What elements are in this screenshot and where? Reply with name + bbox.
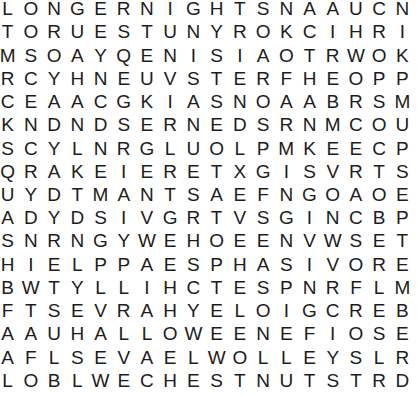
grid-cell-r9c16[interactable]: A [344,183,367,206]
grid-cell-r17c12[interactable]: N [251,369,274,392]
grid-cell-r13c2[interactable]: W [19,276,42,299]
grid-cell-r14c16[interactable]: R [344,299,367,322]
grid-cell-r6c3[interactable]: D [42,113,65,136]
grid-cell-r1c4[interactable]: G [66,0,89,20]
grid-cell-r16c6[interactable]: V [112,346,135,369]
grid-cell-r11c13[interactable]: N [275,229,298,252]
grid-cell-r14c11[interactable]: L [228,299,251,322]
grid-cell-r9c14[interactable]: G [298,183,321,206]
grid-cell-r13c17[interactable]: L [368,276,391,299]
grid-cell-r5c7[interactable]: K [135,90,158,113]
grid-cell-r17c3[interactable]: B [42,369,65,392]
grid-cell-r5c5[interactable]: C [89,90,112,113]
grid-cell-r3c1[interactable]: M [0,43,19,66]
grid-cell-r13c9[interactable]: C [182,276,205,299]
grid-cell-r8c6[interactable]: I [112,160,135,183]
grid-cell-r9c8[interactable]: T [159,183,182,206]
grid-cell-r2c5[interactable]: E [89,20,112,43]
grid-cell-r2c10[interactable]: Y [205,20,228,43]
grid-cell-r15c4[interactable]: H [66,322,89,345]
grid-cell-r13c13[interactable]: P [275,276,298,299]
grid-cell-r15c14[interactable]: F [298,322,321,345]
grid-cell-r14c17[interactable]: E [368,299,391,322]
grid-cell-r6c4[interactable]: N [66,113,89,136]
grid-cell-r4c8[interactable]: V [159,67,182,90]
grid-cell-r11c9[interactable]: H [182,229,205,252]
grid-cell-r3c13[interactable]: O [275,43,298,66]
grid-cell-r9c6[interactable]: A [112,183,135,206]
grid-cell-r3c2[interactable]: S [19,43,42,66]
grid-cell-r10c9[interactable]: R [182,206,205,229]
grid-cell-r1c9[interactable]: G [182,0,205,20]
grid-cell-r8c18[interactable]: S [391,160,414,183]
grid-cell-r4c15[interactable]: E [321,67,344,90]
grid-cell-r5c10[interactable]: S [205,90,228,113]
grid-cell-r4c10[interactable]: T [205,67,228,90]
grid-cell-r11c16[interactable]: S [344,229,367,252]
grid-cell-r12c8[interactable]: E [159,253,182,276]
grid-cell-r17c8[interactable]: H [159,369,182,392]
grid-cell-r3c17[interactable]: O [368,43,391,66]
grid-cell-r9c17[interactable]: O [368,183,391,206]
grid-cell-r7c12[interactable]: P [251,136,274,159]
grid-cell-r4c13[interactable]: F [275,67,298,90]
grid-cell-r1c16[interactable]: U [344,0,367,20]
grid-cell-r1c2[interactable]: O [19,0,42,20]
grid-cell-r4c2[interactable]: C [19,67,42,90]
grid-cell-r2c17[interactable]: R [368,20,391,43]
grid-cell-r8c15[interactable]: V [321,160,344,183]
grid-cell-r4c17[interactable]: P [368,67,391,90]
grid-cell-r12c2[interactable]: I [19,253,42,276]
grid-cell-r3c3[interactable]: O [42,43,65,66]
grid-cell-r7c15[interactable]: E [321,136,344,159]
grid-cell-r11c18[interactable]: T [391,229,414,252]
grid-cell-r6c2[interactable]: N [19,113,42,136]
grid-cell-r9c15[interactable]: O [321,183,344,206]
grid-cell-r11c17[interactable]: E [368,229,391,252]
grid-cell-r16c14[interactable]: E [298,346,321,369]
grid-cell-r16c12[interactable]: L [251,346,274,369]
grid-cell-r12c15[interactable]: V [321,253,344,276]
grid-cell-r17c7[interactable]: C [135,369,158,392]
grid-cell-r2c12[interactable]: O [251,20,274,43]
grid-cell-r17c4[interactable]: L [66,369,89,392]
grid-cell-r9c7[interactable]: N [135,183,158,206]
grid-cell-r9c5[interactable]: M [89,183,112,206]
grid-cell-r14c1[interactable]: F [0,299,19,322]
grid-cell-r14c7[interactable]: A [135,299,158,322]
grid-cell-r5c3[interactable]: A [42,90,65,113]
grid-cell-r17c11[interactable]: T [228,369,251,392]
grid-cell-r1c11[interactable]: T [228,0,251,20]
grid-cell-r13c14[interactable]: N [298,276,321,299]
grid-cell-r2c13[interactable]: K [275,20,298,43]
grid-cell-r5c16[interactable]: R [344,90,367,113]
grid-cell-r10c2[interactable]: D [19,206,42,229]
grid-cell-r1c1[interactable]: L [0,0,19,20]
grid-cell-r12c12[interactable]: A [251,253,274,276]
grid-cell-r5c9[interactable]: A [182,90,205,113]
grid-cell-r4c3[interactable]: Y [42,67,65,90]
grid-cell-r9c18[interactable]: E [391,183,414,206]
grid-cell-r5c14[interactable]: A [298,90,321,113]
grid-cell-r8c16[interactable]: R [344,160,367,183]
grid-cell-r2c15[interactable]: I [321,20,344,43]
grid-cell-r16c9[interactable]: L [182,346,205,369]
grid-cell-r17c1[interactable]: L [0,369,19,392]
grid-cell-r7c11[interactable]: L [228,136,251,159]
grid-cell-r12c11[interactable]: H [228,253,251,276]
grid-cell-r3c5[interactable]: Y [89,43,112,66]
grid-cell-r11c11[interactable]: E [228,229,251,252]
grid-cell-r11c7[interactable]: W [135,229,158,252]
grid-cell-r4c14[interactable]: H [298,67,321,90]
grid-cell-r8c5[interactable]: E [89,160,112,183]
grid-cell-r6c9[interactable]: N [182,113,205,136]
grid-cell-r2c11[interactable]: R [228,20,251,43]
grid-cell-r15c17[interactable]: S [368,322,391,345]
grid-cell-r8c3[interactable]: A [42,160,65,183]
grid-cell-r15c18[interactable]: E [391,322,414,345]
grid-cell-r3c15[interactable]: R [321,43,344,66]
grid-cell-r10c3[interactable]: Y [42,206,65,229]
grid-cell-r2c7[interactable]: T [135,20,158,43]
grid-cell-r11c4[interactable]: N [66,229,89,252]
grid-cell-r10c13[interactable]: G [275,206,298,229]
grid-cell-r13c6[interactable]: L [112,276,135,299]
grid-cell-r11c1[interactable]: S [0,229,19,252]
grid-cell-r13c4[interactable]: Y [66,276,89,299]
grid-cell-r5c13[interactable]: A [275,90,298,113]
grid-cell-r15c5[interactable]: A [89,322,112,345]
grid-cell-r17c15[interactable]: S [321,369,344,392]
grid-cell-r7c1[interactable]: S [0,136,19,159]
grid-cell-r16c1[interactable]: A [0,346,19,369]
grid-cell-r1c5[interactable]: E [89,0,112,20]
grid-cell-r12c10[interactable]: P [205,253,228,276]
grid-cell-r5c12[interactable]: O [251,90,274,113]
grid-cell-r17c10[interactable]: S [205,369,228,392]
grid-cell-r12c3[interactable]: E [42,253,65,276]
grid-cell-r4c12[interactable]: R [251,67,274,90]
grid-cell-r5c17[interactable]: S [368,90,391,113]
grid-cell-r16c15[interactable]: Y [321,346,344,369]
grid-cell-r8c4[interactable]: K [66,160,89,183]
grid-cell-r16c2[interactable]: F [19,346,42,369]
grid-cell-r15c1[interactable]: A [0,322,19,345]
grid-cell-r6c13[interactable]: R [275,113,298,136]
grid-cell-r5c8[interactable]: I [159,90,182,113]
grid-cell-r7c8[interactable]: L [159,136,182,159]
grid-cell-r9c10[interactable]: A [205,183,228,206]
grid-cell-r14c15[interactable]: C [321,299,344,322]
grid-cell-r9c9[interactable]: S [182,183,205,206]
grid-cell-r11c3[interactable]: R [42,229,65,252]
grid-cell-r16c5[interactable]: E [89,346,112,369]
grid-cell-r6c14[interactable]: N [298,113,321,136]
grid-cell-r7c3[interactable]: Y [42,136,65,159]
grid-cell-r15c2[interactable]: A [19,322,42,345]
grid-cell-r13c3[interactable]: T [42,276,65,299]
grid-cell-r1c15[interactable]: A [321,0,344,20]
grid-cell-r6c7[interactable]: E [135,113,158,136]
grid-cell-r12c9[interactable]: S [182,253,205,276]
grid-cell-r15c7[interactable]: L [135,322,158,345]
grid-cell-r5c6[interactable]: G [112,90,135,113]
grid-cell-r17c16[interactable]: T [344,369,367,392]
grid-cell-r17c18[interactable]: D [391,369,414,392]
grid-cell-r2c18[interactable]: I [391,20,414,43]
grid-cell-r8c9[interactable]: E [182,160,205,183]
grid-cell-r4c9[interactable]: S [182,67,205,90]
grid-cell-r15c6[interactable]: L [112,322,135,345]
grid-cell-r15c13[interactable]: E [275,322,298,345]
grid-cell-r10c16[interactable]: C [344,206,367,229]
grid-cell-r4c1[interactable]: R [0,67,19,90]
grid-cell-r10c12[interactable]: S [251,206,274,229]
grid-cell-r13c1[interactable]: B [0,276,19,299]
grid-cell-r7c9[interactable]: U [182,136,205,159]
grid-cell-r15c11[interactable]: E [228,322,251,345]
grid-cell-r10c18[interactable]: P [391,206,414,229]
grid-cell-r14c13[interactable]: I [275,299,298,322]
grid-cell-r6c10[interactable]: E [205,113,228,136]
grid-cell-r14c18[interactable]: B [391,299,414,322]
grid-cell-r6c5[interactable]: D [89,113,112,136]
grid-cell-r1c18[interactable]: N [391,0,414,20]
grid-cell-r7c13[interactable]: M [275,136,298,159]
grid-cell-r12c13[interactable]: S [275,253,298,276]
grid-cell-r8c7[interactable]: E [135,160,158,183]
grid-cell-r6c16[interactable]: C [344,113,367,136]
grid-cell-r8c13[interactable]: I [275,160,298,183]
grid-cell-r13c16[interactable]: F [344,276,367,299]
grid-cell-r13c10[interactable]: T [205,276,228,299]
grid-cell-r15c12[interactable]: N [251,322,274,345]
grid-cell-r2c2[interactable]: O [19,20,42,43]
grid-cell-r12c6[interactable]: P [112,253,135,276]
grid-cell-r16c3[interactable]: L [42,346,65,369]
grid-cell-r7c6[interactable]: R [112,136,135,159]
grid-cell-r13c18[interactable]: M [391,276,414,299]
grid-cell-r6c8[interactable]: R [159,113,182,136]
grid-cell-r5c15[interactable]: B [321,90,344,113]
grid-cell-r5c2[interactable]: E [19,90,42,113]
grid-cell-r5c18[interactable]: M [391,90,414,113]
grid-cell-r10c5[interactable]: S [89,206,112,229]
grid-cell-r1c3[interactable]: N [42,0,65,20]
grid-cell-r17c13[interactable]: U [275,369,298,392]
grid-cell-r15c9[interactable]: W [182,322,205,345]
grid-cell-r15c10[interactable]: E [205,322,228,345]
grid-cell-r2c6[interactable]: S [112,20,135,43]
grid-cell-r11c15[interactable]: W [321,229,344,252]
grid-cell-r11c6[interactable]: Y [112,229,135,252]
grid-cell-r11c8[interactable]: E [159,229,182,252]
grid-cell-r3c9[interactable]: I [182,43,205,66]
grid-cell-r11c10[interactable]: O [205,229,228,252]
grid-cell-r9c1[interactable]: U [0,183,19,206]
grid-cell-r14c9[interactable]: Y [182,299,205,322]
grid-cell-r10c8[interactable]: G [159,206,182,229]
grid-cell-r13c15[interactable]: R [321,276,344,299]
grid-cell-r17c17[interactable]: R [368,369,391,392]
grid-cell-r4c18[interactable]: P [391,67,414,90]
grid-cell-r10c1[interactable]: A [0,206,19,229]
grid-cell-r14c12[interactable]: O [251,299,274,322]
grid-cell-r8c17[interactable]: T [368,160,391,183]
grid-cell-r1c13[interactable]: N [275,0,298,20]
grid-cell-r10c7[interactable]: V [135,206,158,229]
grid-cell-r13c11[interactable]: E [228,276,251,299]
grid-cell-r10c17[interactable]: B [368,206,391,229]
grid-cell-r3c11[interactable]: I [228,43,251,66]
grid-cell-r12c18[interactable]: E [391,253,414,276]
grid-cell-r4c4[interactable]: H [66,67,89,90]
grid-cell-r17c14[interactable]: T [298,369,321,392]
grid-cell-r4c6[interactable]: E [112,67,135,90]
grid-cell-r9c12[interactable]: F [251,183,274,206]
grid-cell-r1c8[interactable]: I [159,0,182,20]
grid-cell-r14c8[interactable]: H [159,299,182,322]
grid-cell-r14c14[interactable]: G [298,299,321,322]
grid-cell-r5c4[interactable]: A [66,90,89,113]
grid-cell-r4c16[interactable]: O [344,67,367,90]
grid-cell-r15c16[interactable]: O [344,322,367,345]
grid-cell-r6c12[interactable]: S [251,113,274,136]
grid-cell-r13c5[interactable]: L [89,276,112,299]
grid-cell-r6c11[interactable]: D [228,113,251,136]
grid-cell-r3c7[interactable]: E [135,43,158,66]
grid-cell-r17c6[interactable]: E [112,369,135,392]
grid-cell-r3c10[interactable]: S [205,43,228,66]
grid-cell-r7c5[interactable]: N [89,136,112,159]
grid-cell-r6c6[interactable]: S [112,113,135,136]
grid-cell-r1c6[interactable]: R [112,0,135,20]
grid-cell-r14c3[interactable]: S [42,299,65,322]
grid-cell-r16c16[interactable]: S [344,346,367,369]
grid-cell-r2c3[interactable]: R [42,20,65,43]
grid-cell-r14c6[interactable]: R [112,299,135,322]
grid-cell-r10c6[interactable]: I [112,206,135,229]
grid-cell-r2c8[interactable]: U [159,20,182,43]
grid-cell-r8c14[interactable]: S [298,160,321,183]
grid-cell-r16c8[interactable]: E [159,346,182,369]
grid-cell-r13c8[interactable]: H [159,276,182,299]
grid-cell-r7c2[interactable]: C [19,136,42,159]
grid-cell-r15c15[interactable]: I [321,322,344,345]
grid-cell-r14c5[interactable]: V [89,299,112,322]
grid-cell-r4c5[interactable]: N [89,67,112,90]
grid-cell-r17c5[interactable]: W [89,369,112,392]
grid-cell-r2c14[interactable]: C [298,20,321,43]
grid-cell-r9c2[interactable]: Y [19,183,42,206]
grid-cell-r5c11[interactable]: N [228,90,251,113]
grid-cell-r7c7[interactable]: G [135,136,158,159]
grid-cell-r1c12[interactable]: S [251,0,274,20]
grid-cell-r6c1[interactable]: K [0,113,19,136]
grid-cell-r13c7[interactable]: I [135,276,158,299]
grid-cell-r9c11[interactable]: E [228,183,251,206]
grid-cell-r15c3[interactable]: U [42,322,65,345]
grid-cell-r9c3[interactable]: D [42,183,65,206]
grid-cell-r8c1[interactable]: Q [0,160,19,183]
grid-cell-r16c7[interactable]: A [135,346,158,369]
grid-cell-r12c16[interactable]: O [344,253,367,276]
grid-cell-r3c4[interactable]: A [66,43,89,66]
grid-cell-r11c5[interactable]: G [89,229,112,252]
grid-cell-r14c4[interactable]: E [66,299,89,322]
grid-cell-r10c14[interactable]: I [298,206,321,229]
grid-cell-r6c18[interactable]: U [391,113,414,136]
grid-cell-r14c10[interactable]: E [205,299,228,322]
grid-cell-r10c11[interactable]: V [228,206,251,229]
grid-cell-r1c7[interactable]: N [135,0,158,20]
grid-cell-r14c2[interactable]: T [19,299,42,322]
grid-cell-r12c4[interactable]: L [66,253,89,276]
grid-cell-r4c11[interactable]: E [228,67,251,90]
grid-cell-r12c1[interactable]: H [0,253,19,276]
grid-cell-r16c17[interactable]: L [368,346,391,369]
grid-cell-r17c2[interactable]: O [19,369,42,392]
grid-cell-r7c18[interactable]: P [391,136,414,159]
grid-cell-r11c2[interactable]: N [19,229,42,252]
grid-cell-r7c16[interactable]: E [344,136,367,159]
grid-cell-r9c4[interactable]: T [66,183,89,206]
grid-cell-r2c9[interactable]: N [182,20,205,43]
grid-cell-r12c5[interactable]: P [89,253,112,276]
grid-cell-r16c10[interactable]: W [205,346,228,369]
grid-cell-r7c10[interactable]: O [205,136,228,159]
grid-cell-r3c8[interactable]: N [159,43,182,66]
grid-cell-r12c7[interactable]: A [135,253,158,276]
grid-cell-r7c4[interactable]: L [66,136,89,159]
grid-cell-r8c8[interactable]: R [159,160,182,183]
grid-cell-r3c12[interactable]: A [251,43,274,66]
grid-cell-r16c11[interactable]: O [228,346,251,369]
grid-cell-r9c13[interactable]: N [275,183,298,206]
grid-cell-r2c16[interactable]: H [344,20,367,43]
grid-cell-r2c4[interactable]: U [66,20,89,43]
grid-cell-r15c8[interactable]: O [159,322,182,345]
grid-cell-r8c2[interactable]: R [19,160,42,183]
grid-cell-r8c12[interactable]: G [251,160,274,183]
grid-cell-r16c13[interactable]: L [275,346,298,369]
grid-cell-r16c4[interactable]: S [66,346,89,369]
grid-cell-r3c6[interactable]: Q [112,43,135,66]
grid-cell-r3c14[interactable]: T [298,43,321,66]
grid-cell-r2c1[interactable]: T [0,20,19,43]
grid-cell-r1c14[interactable]: A [298,0,321,20]
grid-cell-r12c17[interactable]: R [368,253,391,276]
grid-cell-r13c12[interactable]: S [251,276,274,299]
grid-cell-r8c10[interactable]: T [205,160,228,183]
grid-cell-r3c18[interactable]: K [391,43,414,66]
grid-cell-r7c14[interactable]: K [298,136,321,159]
grid-cell-r6c15[interactable]: M [321,113,344,136]
grid-cell-r10c15[interactable]: N [321,206,344,229]
grid-cell-r4c7[interactable]: U [135,67,158,90]
grid-cell-r16c18[interactable]: R [391,346,414,369]
grid-cell-r5c1[interactable]: C [0,90,19,113]
grid-cell-r10c10[interactable]: T [205,206,228,229]
grid-cell-r7c17[interactable]: C [368,136,391,159]
grid-cell-r1c17[interactable]: C [368,0,391,20]
grid-cell-r17c9[interactable]: E [182,369,205,392]
grid-cell-r11c14[interactable]: V [298,229,321,252]
grid-cell-r10c4[interactable]: D [66,206,89,229]
